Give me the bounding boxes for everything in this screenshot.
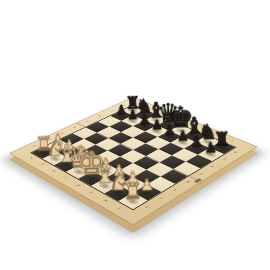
pieces-layer: ♜♞♝♛♚♝♞♜♟♟♟♟♟♟♟♟♟♟♟♟♟♟♟♟♜♞♝♛♚♝♞♜ [31, 105, 235, 209]
file-label-bottom-d: г [63, 177, 68, 180]
file-label-bottom-f: е [88, 191, 94, 194]
rank-label-right-8: 8 [233, 151, 238, 154]
rank-label-right-2: 2 [158, 197, 164, 200]
file-label-bottom-h: з [116, 207, 122, 210]
piece-white-rook-h1: ♜ [118, 193, 147, 210]
rank-label-right-3: 3 [171, 189, 177, 192]
file-label-bottom-e: д [75, 184, 81, 187]
file-label-bottom-a: а [28, 157, 33, 160]
file-label-bottom-b: б [39, 163, 44, 166]
board-frame: ааббввггддеежжзз1122334455667788 ♜♞♝♛♚♝♞… [9, 97, 258, 225]
rank-label-left-6: 6 [97, 115, 102, 117]
rank-label-right-1: 1 [143, 206, 149, 210]
rank-label-right-7: 7 [221, 158, 226, 161]
chess-set-photo: ааббввггддеежжзз1122334455667788 ♜♞♝♛♚♝♞… [0, 0, 270, 270]
rank-label-right-4: 4 [185, 181, 191, 184]
chess-board: ааббввггддеежжзз1122334455667788 ♜♞♝♛♚♝♞… [9, 97, 258, 225]
file-label-bottom-c: в [51, 170, 56, 173]
piece-black-pawn-h7: ♟ [198, 148, 224, 161]
rank-label-right-5: 5 [197, 173, 202, 176]
file-label-bottom-g: ж [102, 199, 109, 203]
black-pawn-glyph: ♟ [189, 119, 231, 155]
rank-label-right-6: 6 [209, 165, 214, 168]
white-rook-glyph: ♜ [109, 161, 156, 201]
